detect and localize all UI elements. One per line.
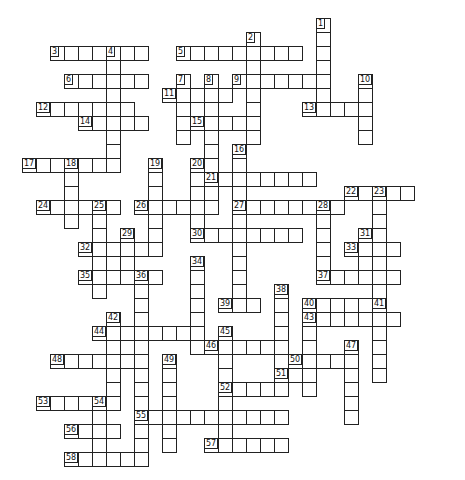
crossword-cell[interactable] xyxy=(190,340,205,355)
crossword-cell[interactable] xyxy=(358,130,373,145)
crossword-cell[interactable] xyxy=(78,424,93,439)
crossword-cell[interactable] xyxy=(120,256,135,271)
crossword-cell[interactable] xyxy=(344,270,359,285)
crossword-cell[interactable] xyxy=(246,410,261,425)
crossword-cell[interactable] xyxy=(134,424,149,439)
crossword-cell[interactable] xyxy=(162,396,177,411)
crossword-cell[interactable] xyxy=(218,228,233,243)
crossword-cell[interactable] xyxy=(246,74,261,89)
crossword-cell[interactable] xyxy=(232,158,247,173)
crossword-cell[interactable] xyxy=(260,410,275,425)
crossword-cell[interactable] xyxy=(106,116,121,131)
crossword-cell[interactable] xyxy=(316,242,331,257)
crossword-cell[interactable]: 52 xyxy=(218,382,233,397)
crossword-cell[interactable]: 24 xyxy=(36,200,51,215)
crossword-cell[interactable] xyxy=(358,88,373,103)
crossword-cell[interactable] xyxy=(120,270,135,285)
crossword-cell[interactable] xyxy=(274,200,289,215)
crossword-cell[interactable] xyxy=(330,270,345,285)
crossword-cell[interactable] xyxy=(64,200,79,215)
crossword-cell[interactable] xyxy=(106,102,121,117)
crossword-cell[interactable] xyxy=(134,298,149,313)
crossword-cell[interactable] xyxy=(204,102,219,117)
crossword-cell[interactable] xyxy=(316,312,331,327)
crossword-cell[interactable] xyxy=(64,186,79,201)
crossword-cell[interactable] xyxy=(106,242,121,257)
crossword-cell[interactable]: 39 xyxy=(218,298,233,313)
crossword-cell[interactable] xyxy=(330,102,345,117)
crossword-cell[interactable] xyxy=(246,200,261,215)
crossword-cell[interactable] xyxy=(260,172,275,187)
crossword-cell[interactable] xyxy=(274,410,289,425)
crossword-cell[interactable] xyxy=(204,88,219,103)
crossword-cell[interactable] xyxy=(204,158,219,173)
crossword-cell[interactable] xyxy=(78,396,93,411)
crossword-cell[interactable] xyxy=(246,46,261,61)
crossword-cell[interactable]: 58 xyxy=(64,452,79,467)
crossword-cell[interactable] xyxy=(176,88,191,103)
crossword-cell[interactable] xyxy=(358,256,373,271)
crossword-cell[interactable] xyxy=(232,298,247,313)
crossword-cell[interactable] xyxy=(134,354,149,369)
crossword-cell[interactable] xyxy=(218,116,233,131)
crossword-cell[interactable] xyxy=(260,74,275,89)
crossword-cell[interactable]: 34 xyxy=(190,256,205,271)
crossword-cell[interactable] xyxy=(190,298,205,313)
crossword-cell[interactable]: 22 xyxy=(344,186,359,201)
crossword-cell[interactable] xyxy=(232,242,247,257)
crossword-cell[interactable] xyxy=(190,46,205,61)
crossword-cell[interactable]: 45 xyxy=(218,326,233,341)
crossword-cell[interactable] xyxy=(344,410,359,425)
crossword-cell[interactable]: 32 xyxy=(78,242,93,257)
crossword-cell[interactable] xyxy=(218,340,233,355)
crossword-cell[interactable] xyxy=(372,354,387,369)
crossword-cell[interactable] xyxy=(330,200,345,215)
crossword-cell[interactable] xyxy=(204,186,219,201)
crossword-cell[interactable] xyxy=(316,32,331,47)
crossword-cell[interactable] xyxy=(64,214,79,229)
crossword-cell[interactable]: 31 xyxy=(358,228,373,243)
crossword-cell[interactable] xyxy=(148,214,163,229)
crossword-cell[interactable]: 11 xyxy=(162,88,177,103)
crossword-cell[interactable] xyxy=(162,382,177,397)
crossword-cell[interactable] xyxy=(260,382,275,397)
crossword-cell[interactable] xyxy=(148,172,163,187)
crossword-cell[interactable] xyxy=(386,312,401,327)
crossword-cell[interactable]: 6 xyxy=(64,74,79,89)
crossword-cell[interactable] xyxy=(78,46,93,61)
crossword-cell[interactable]: 42 xyxy=(106,312,121,327)
crossword-cell[interactable] xyxy=(232,186,247,201)
crossword-cell[interactable] xyxy=(64,172,79,187)
crossword-cell[interactable] xyxy=(288,368,303,383)
crossword-cell[interactable] xyxy=(246,340,261,355)
crossword-cell[interactable] xyxy=(134,368,149,383)
crossword-cell[interactable]: 37 xyxy=(316,270,331,285)
crossword-cell[interactable] xyxy=(190,326,205,341)
crossword-cell[interactable] xyxy=(274,298,289,313)
crossword-cell[interactable] xyxy=(232,382,247,397)
crossword-cell[interactable] xyxy=(148,228,163,243)
crossword-cell[interactable] xyxy=(176,102,191,117)
crossword-cell[interactable] xyxy=(176,410,191,425)
crossword-cell[interactable] xyxy=(190,312,205,327)
crossword-cell[interactable] xyxy=(246,102,261,117)
crossword-cell[interactable]: 16 xyxy=(232,144,247,159)
crossword-cell[interactable]: 7 xyxy=(176,74,191,89)
crossword-cell[interactable] xyxy=(274,74,289,89)
crossword-cell[interactable] xyxy=(232,172,247,187)
crossword-cell[interactable] xyxy=(330,312,345,327)
crossword-cell[interactable] xyxy=(64,102,79,117)
crossword-cell[interactable] xyxy=(218,410,233,425)
crossword-cell[interactable] xyxy=(162,410,177,425)
crossword-cell[interactable] xyxy=(190,214,205,229)
crossword-cell[interactable] xyxy=(106,74,121,89)
crossword-cell[interactable]: 19 xyxy=(148,158,163,173)
crossword-cell[interactable] xyxy=(260,340,275,355)
crossword-cell[interactable] xyxy=(232,270,247,285)
crossword-cell[interactable]: 21 xyxy=(204,172,219,187)
crossword-cell[interactable] xyxy=(344,368,359,383)
crossword-cell[interactable] xyxy=(190,410,205,425)
crossword-cell[interactable] xyxy=(190,270,205,285)
crossword-cell[interactable] xyxy=(162,424,177,439)
crossword-cell[interactable] xyxy=(372,368,387,383)
crossword-cell[interactable] xyxy=(288,228,303,243)
crossword-cell[interactable]: 3 xyxy=(50,46,65,61)
crossword-cell[interactable] xyxy=(246,228,261,243)
crossword-cell[interactable]: 28 xyxy=(316,200,331,215)
crossword-cell[interactable] xyxy=(92,116,107,131)
crossword-cell[interactable] xyxy=(358,116,373,131)
crossword-cell[interactable] xyxy=(218,424,233,439)
crossword-cell[interactable] xyxy=(232,214,247,229)
crossword-cell[interactable] xyxy=(218,438,233,453)
crossword-cell[interactable] xyxy=(246,130,261,145)
crossword-cell[interactable] xyxy=(316,228,331,243)
crossword-cell[interactable] xyxy=(218,172,233,187)
crossword-cell[interactable] xyxy=(344,354,359,369)
crossword-cell[interactable] xyxy=(246,60,261,75)
crossword-cell[interactable] xyxy=(134,46,149,61)
crossword-cell[interactable] xyxy=(302,326,317,341)
crossword-cell[interactable] xyxy=(92,214,107,229)
crossword-cell[interactable]: 15 xyxy=(190,116,205,131)
crossword-cell[interactable]: 14 xyxy=(78,116,93,131)
crossword-cell[interactable] xyxy=(316,88,331,103)
crossword-cell[interactable] xyxy=(372,326,387,341)
crossword-cell[interactable]: 41 xyxy=(372,298,387,313)
crossword-cell[interactable] xyxy=(120,102,135,117)
crossword-cell[interactable] xyxy=(372,270,387,285)
crossword-cell[interactable] xyxy=(190,172,205,187)
crossword-cell[interactable] xyxy=(78,354,93,369)
crossword-cell[interactable] xyxy=(162,326,177,341)
crossword-cell[interactable] xyxy=(78,158,93,173)
crossword-cell[interactable] xyxy=(372,242,387,257)
crossword-cell[interactable]: 56 xyxy=(64,424,79,439)
crossword-cell[interactable] xyxy=(50,396,65,411)
crossword-cell[interactable] xyxy=(246,382,261,397)
crossword-cell[interactable] xyxy=(190,200,205,215)
crossword-cell[interactable] xyxy=(92,354,107,369)
crossword-cell[interactable] xyxy=(204,130,219,145)
crossword-cell[interactable] xyxy=(246,438,261,453)
crossword-cell[interactable] xyxy=(316,60,331,75)
crossword-cell[interactable] xyxy=(386,270,401,285)
crossword-cell[interactable] xyxy=(232,116,247,131)
crossword-cell[interactable]: 50 xyxy=(288,354,303,369)
crossword-cell[interactable] xyxy=(330,298,345,313)
crossword-cell[interactable]: 29 xyxy=(120,228,135,243)
crossword-cell[interactable] xyxy=(204,46,219,61)
crossword-cell[interactable] xyxy=(106,158,121,173)
crossword-cell[interactable]: 35 xyxy=(78,270,93,285)
crossword-cell[interactable] xyxy=(176,130,191,145)
crossword-cell[interactable]: 17 xyxy=(22,158,37,173)
crossword-cell[interactable]: 12 xyxy=(36,102,51,117)
crossword-cell[interactable] xyxy=(260,200,275,215)
crossword-cell[interactable] xyxy=(330,354,345,369)
crossword-cell[interactable] xyxy=(176,116,191,131)
crossword-cell[interactable] xyxy=(92,438,107,453)
crossword-cell[interactable] xyxy=(372,200,387,215)
crossword-cell[interactable] xyxy=(148,326,163,341)
crossword-cell[interactable] xyxy=(106,130,121,145)
crossword-cell[interactable] xyxy=(148,186,163,201)
crossword-cell[interactable] xyxy=(92,284,107,299)
crossword-cell[interactable] xyxy=(190,88,205,103)
crossword-cell[interactable] xyxy=(358,298,373,313)
crossword-cell[interactable] xyxy=(106,88,121,103)
crossword-cell[interactable] xyxy=(274,354,289,369)
crossword-cell[interactable] xyxy=(64,396,79,411)
crossword-cell[interactable] xyxy=(358,102,373,117)
crossword-cell[interactable] xyxy=(274,340,289,355)
crossword-cell[interactable] xyxy=(64,354,79,369)
crossword-cell[interactable] xyxy=(302,354,317,369)
crossword-cell[interactable] xyxy=(232,284,247,299)
crossword-cell[interactable] xyxy=(232,228,247,243)
crossword-cell[interactable] xyxy=(92,242,107,257)
crossword-cell[interactable] xyxy=(92,452,107,467)
crossword-cell[interactable] xyxy=(246,88,261,103)
crossword-cell[interactable] xyxy=(190,284,205,299)
crossword-cell[interactable] xyxy=(218,88,233,103)
crossword-cell[interactable] xyxy=(134,74,149,89)
crossword-cell[interactable] xyxy=(344,102,359,117)
crossword-cell[interactable] xyxy=(260,228,275,243)
crossword-cell[interactable]: 33 xyxy=(344,242,359,257)
crossword-cell[interactable] xyxy=(302,368,317,383)
crossword-cell[interactable] xyxy=(176,200,191,215)
crossword-cell[interactable]: 54 xyxy=(92,396,107,411)
crossword-cell[interactable] xyxy=(302,74,317,89)
crossword-cell[interactable] xyxy=(344,382,359,397)
crossword-cell[interactable] xyxy=(218,396,233,411)
crossword-cell[interactable] xyxy=(260,46,275,61)
crossword-cell[interactable] xyxy=(92,424,107,439)
crossword-cell[interactable] xyxy=(106,354,121,369)
crossword-cell[interactable] xyxy=(106,368,121,383)
crossword-cell[interactable] xyxy=(316,214,331,229)
crossword-cell[interactable] xyxy=(134,242,149,257)
crossword-cell[interactable]: 40 xyxy=(302,298,317,313)
crossword-cell[interactable] xyxy=(316,102,331,117)
crossword-cell[interactable] xyxy=(316,256,331,271)
crossword-cell[interactable] xyxy=(134,452,149,467)
crossword-cell[interactable]: 38 xyxy=(274,284,289,299)
crossword-cell[interactable] xyxy=(120,242,135,257)
crossword-cell[interactable] xyxy=(204,410,219,425)
crossword-cell[interactable]: 8 xyxy=(204,74,219,89)
crossword-cell[interactable] xyxy=(64,46,79,61)
crossword-cell[interactable] xyxy=(92,256,107,271)
crossword-cell[interactable] xyxy=(134,326,149,341)
crossword-cell[interactable]: 20 xyxy=(190,158,205,173)
crossword-cell[interactable]: 26 xyxy=(134,200,149,215)
crossword-cell[interactable] xyxy=(50,200,65,215)
crossword-cell[interactable]: 13 xyxy=(302,102,317,117)
crossword-cell[interactable] xyxy=(134,116,149,131)
crossword-cell[interactable] xyxy=(106,200,121,215)
crossword-cell[interactable]: 49 xyxy=(162,354,177,369)
crossword-cell[interactable] xyxy=(316,74,331,89)
crossword-cell[interactable] xyxy=(246,298,261,313)
crossword-cell[interactable] xyxy=(232,340,247,355)
crossword-cell[interactable] xyxy=(134,312,149,327)
crossword-cell[interactable] xyxy=(344,298,359,313)
crossword-cell[interactable] xyxy=(134,284,149,299)
crossword-cell[interactable] xyxy=(106,340,121,355)
crossword-cell[interactable]: 53 xyxy=(36,396,51,411)
crossword-cell[interactable] xyxy=(78,452,93,467)
crossword-cell[interactable] xyxy=(302,340,317,355)
crossword-cell[interactable] xyxy=(134,382,149,397)
crossword-cell[interactable] xyxy=(148,410,163,425)
crossword-cell[interactable]: 10 xyxy=(358,74,373,89)
crossword-cell[interactable] xyxy=(36,158,51,173)
crossword-cell[interactable] xyxy=(274,46,289,61)
crossword-cell[interactable]: 57 xyxy=(204,438,219,453)
crossword-cell[interactable] xyxy=(372,228,387,243)
crossword-cell[interactable]: 48 xyxy=(50,354,65,369)
crossword-cell[interactable] xyxy=(106,452,121,467)
crossword-cell[interactable]: 9 xyxy=(232,74,247,89)
crossword-cell[interactable] xyxy=(204,228,219,243)
crossword-cell[interactable] xyxy=(92,158,107,173)
crossword-cell[interactable]: 44 xyxy=(92,326,107,341)
crossword-cell[interactable] xyxy=(274,326,289,341)
crossword-cell[interactable]: 5 xyxy=(176,46,191,61)
crossword-cell[interactable] xyxy=(120,354,135,369)
crossword-cell[interactable] xyxy=(134,438,149,453)
crossword-cell[interactable] xyxy=(162,438,177,453)
crossword-cell[interactable] xyxy=(106,60,121,75)
crossword-cell[interactable] xyxy=(148,242,163,257)
crossword-cell[interactable] xyxy=(372,256,387,271)
crossword-cell[interactable]: 36 xyxy=(134,270,149,285)
crossword-cell[interactable] xyxy=(120,326,135,341)
crossword-cell[interactable] xyxy=(92,270,107,285)
crossword-cell[interactable] xyxy=(372,284,387,299)
crossword-cell[interactable] xyxy=(372,214,387,229)
crossword-cell[interactable] xyxy=(288,200,303,215)
crossword-cell[interactable] xyxy=(92,410,107,425)
crossword-cell[interactable] xyxy=(78,102,93,117)
crossword-cell[interactable] xyxy=(204,116,219,131)
crossword-cell[interactable] xyxy=(106,144,121,159)
crossword-cell[interactable] xyxy=(232,256,247,271)
crossword-cell[interactable] xyxy=(358,312,373,327)
crossword-cell[interactable] xyxy=(274,438,289,453)
crossword-cell[interactable] xyxy=(232,410,247,425)
crossword-cell[interactable]: 27 xyxy=(232,200,247,215)
crossword-cell[interactable] xyxy=(120,116,135,131)
crossword-cell[interactable] xyxy=(148,200,163,215)
crossword-cell[interactable] xyxy=(302,172,317,187)
crossword-cell[interactable] xyxy=(358,186,373,201)
crossword-cell[interactable]: 2 xyxy=(246,32,261,47)
crossword-cell[interactable] xyxy=(232,438,247,453)
crossword-cell[interactable] xyxy=(106,396,121,411)
crossword-cell[interactable] xyxy=(274,312,289,327)
crossword-cell[interactable] xyxy=(218,354,233,369)
crossword-cell[interactable] xyxy=(316,354,331,369)
crossword-cell[interactable] xyxy=(372,340,387,355)
crossword-cell[interactable] xyxy=(358,242,373,257)
crossword-cell[interactable]: 18 xyxy=(64,158,79,173)
crossword-cell[interactable] xyxy=(316,46,331,61)
crossword-cell[interactable] xyxy=(316,298,331,313)
crossword-cell[interactable] xyxy=(162,200,177,215)
crossword-cell[interactable] xyxy=(358,270,373,285)
crossword-cell[interactable] xyxy=(106,270,121,285)
crossword-cell[interactable] xyxy=(386,242,401,257)
crossword-cell[interactable] xyxy=(246,172,261,187)
crossword-cell[interactable] xyxy=(106,424,121,439)
crossword-cell[interactable] xyxy=(400,186,415,201)
crossword-cell[interactable]: 23 xyxy=(372,186,387,201)
crossword-cell[interactable] xyxy=(204,200,219,215)
crossword-cell[interactable] xyxy=(176,326,191,341)
crossword-cell[interactable] xyxy=(344,396,359,411)
crossword-cell[interactable]: 1 xyxy=(316,18,331,33)
crossword-cell[interactable] xyxy=(288,172,303,187)
crossword-cell[interactable] xyxy=(232,46,247,61)
crossword-cell[interactable]: 30 xyxy=(190,228,205,243)
crossword-cell[interactable] xyxy=(302,382,317,397)
crossword-cell[interactable] xyxy=(344,312,359,327)
crossword-cell[interactable] xyxy=(246,116,261,131)
crossword-cell[interactable] xyxy=(92,228,107,243)
crossword-cell[interactable] xyxy=(106,326,121,341)
crossword-cell[interactable] xyxy=(372,312,387,327)
crossword-cell[interactable] xyxy=(386,186,401,201)
crossword-cell[interactable] xyxy=(120,74,135,89)
crossword-cell[interactable] xyxy=(274,172,289,187)
crossword-cell[interactable] xyxy=(78,200,93,215)
crossword-cell[interactable] xyxy=(190,186,205,201)
crossword-cell[interactable] xyxy=(78,74,93,89)
crossword-cell[interactable] xyxy=(92,102,107,117)
crossword-cell[interactable] xyxy=(106,382,121,397)
crossword-cell[interactable] xyxy=(302,200,317,215)
crossword-cell[interactable]: 47 xyxy=(344,340,359,355)
crossword-cell[interactable] xyxy=(218,46,233,61)
